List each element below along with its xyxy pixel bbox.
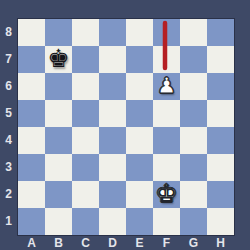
square-h7[interactable] [207, 46, 234, 73]
square-f2[interactable]: ♚ [153, 181, 180, 208]
chess-diagram: 87654321 ♚♟♚ ABCDEFGH [0, 0, 250, 250]
square-h2[interactable] [207, 181, 234, 208]
square-g7[interactable] [180, 46, 207, 73]
square-b8[interactable] [45, 19, 72, 46]
square-h4[interactable] [207, 127, 234, 154]
rank-label-5: 5 [0, 99, 17, 126]
square-e7[interactable] [126, 46, 153, 73]
square-h1[interactable] [207, 208, 234, 235]
square-d6[interactable] [99, 73, 126, 100]
rank-label-2: 2 [0, 180, 17, 207]
piece-white-pawn-f6: ♟ [157, 72, 177, 99]
square-g1[interactable] [180, 208, 207, 235]
square-b3[interactable] [45, 154, 72, 181]
rank-label-1: 1 [0, 207, 17, 234]
square-b2[interactable] [45, 181, 72, 208]
square-b4[interactable] [45, 127, 72, 154]
square-e2[interactable] [126, 181, 153, 208]
square-c3[interactable] [72, 154, 99, 181]
file-label-f: F [153, 235, 180, 250]
square-f1[interactable] [153, 208, 180, 235]
piece-white-king-f2: ♚ [155, 180, 177, 207]
file-labels: ABCDEFGH [18, 235, 234, 250]
square-f8[interactable] [153, 19, 180, 46]
square-e5[interactable] [126, 100, 153, 127]
square-g8[interactable] [180, 19, 207, 46]
square-g6[interactable] [180, 73, 207, 100]
square-h8[interactable] [207, 19, 234, 46]
square-f7[interactable] [153, 46, 180, 73]
square-c5[interactable] [72, 100, 99, 127]
square-d3[interactable] [99, 154, 126, 181]
square-f5[interactable] [153, 100, 180, 127]
square-e3[interactable] [126, 154, 153, 181]
square-d7[interactable] [99, 46, 126, 73]
file-label-a: A [18, 235, 45, 250]
rank-label-3: 3 [0, 153, 17, 180]
square-b5[interactable] [45, 100, 72, 127]
square-a4[interactable] [18, 127, 45, 154]
square-e8[interactable] [126, 19, 153, 46]
square-a8[interactable] [18, 19, 45, 46]
rank-label-4: 4 [0, 126, 17, 153]
piece-black-king-b7: ♚ [47, 45, 69, 72]
chess-board: ♚♟♚ [17, 18, 235, 236]
file-label-c: C [72, 235, 99, 250]
square-g4[interactable] [180, 127, 207, 154]
square-d8[interactable] [99, 19, 126, 46]
square-f3[interactable] [153, 154, 180, 181]
square-a1[interactable] [18, 208, 45, 235]
square-f4[interactable] [153, 127, 180, 154]
file-label-d: D [99, 235, 126, 250]
square-c2[interactable] [72, 181, 99, 208]
square-h5[interactable] [207, 100, 234, 127]
square-b1[interactable] [45, 208, 72, 235]
square-d5[interactable] [99, 100, 126, 127]
square-e6[interactable] [126, 73, 153, 100]
square-d2[interactable] [99, 181, 126, 208]
square-b6[interactable] [45, 73, 72, 100]
square-a3[interactable] [18, 154, 45, 181]
rank-label-8: 8 [0, 18, 17, 45]
file-label-e: E [126, 235, 153, 250]
square-e4[interactable] [126, 127, 153, 154]
file-label-b: B [45, 235, 72, 250]
square-d1[interactable] [99, 208, 126, 235]
square-g3[interactable] [180, 154, 207, 181]
square-e1[interactable] [126, 208, 153, 235]
rank-label-6: 6 [0, 72, 17, 99]
square-a7[interactable] [18, 46, 45, 73]
square-g2[interactable] [180, 181, 207, 208]
file-label-h: H [207, 235, 234, 250]
rank-labels: 87654321 [0, 18, 17, 234]
square-a6[interactable] [18, 73, 45, 100]
square-c8[interactable] [72, 19, 99, 46]
rank-label-7: 7 [0, 45, 17, 72]
square-c7[interactable] [72, 46, 99, 73]
square-b7[interactable]: ♚ [45, 46, 72, 73]
square-g5[interactable] [180, 100, 207, 127]
square-c6[interactable] [72, 73, 99, 100]
square-a5[interactable] [18, 100, 45, 127]
square-d4[interactable] [99, 127, 126, 154]
square-h3[interactable] [207, 154, 234, 181]
square-h6[interactable] [207, 73, 234, 100]
square-c4[interactable] [72, 127, 99, 154]
square-f6[interactable]: ♟ [153, 73, 180, 100]
file-label-g: G [180, 235, 207, 250]
square-a2[interactable] [18, 181, 45, 208]
square-c1[interactable] [72, 208, 99, 235]
